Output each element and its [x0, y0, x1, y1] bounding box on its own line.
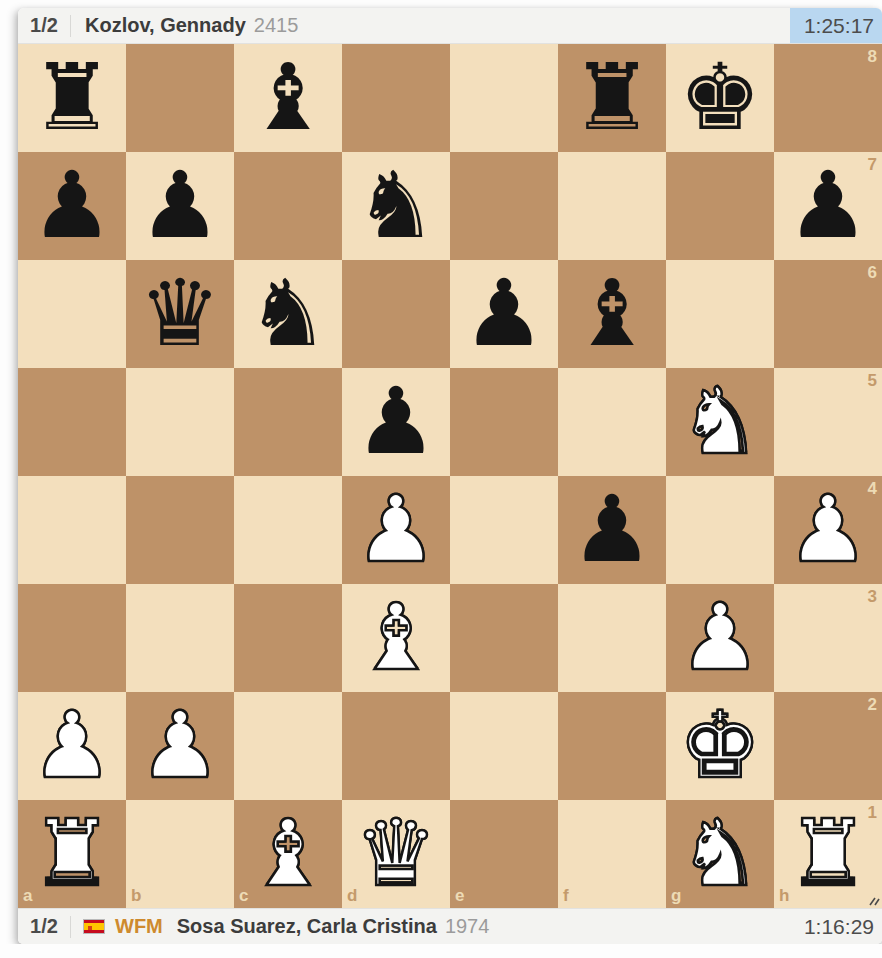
- square-d6[interactable]: [342, 260, 450, 368]
- piece-white-pawn[interactable]: ♟: [342, 476, 450, 584]
- square-a6[interactable]: [18, 260, 126, 368]
- piece-black-rook[interactable]: ♜: [18, 44, 126, 152]
- square-c6[interactable]: ♞: [234, 260, 342, 368]
- file-label-f: f: [563, 887, 569, 904]
- file-label-d: d: [347, 887, 357, 904]
- chess-board[interactable]: ♜♝♜♚8♟♟♞♟7♛♞♟♝6♟♞5♟♟♟4♝♟3♟♟♚2♜ab♝c♛def♞g…: [18, 44, 882, 908]
- piece-white-pawn[interactable]: ♟: [126, 692, 234, 800]
- square-e4[interactable]: [450, 476, 558, 584]
- square-a2[interactable]: ♟: [18, 692, 126, 800]
- square-h4[interactable]: ♟4: [774, 476, 882, 584]
- piece-black-knight[interactable]: ♞: [234, 260, 342, 368]
- piece-white-pawn[interactable]: ♟: [666, 584, 774, 692]
- square-d4[interactable]: ♟: [342, 476, 450, 584]
- square-g5[interactable]: ♞: [666, 368, 774, 476]
- file-label-g: g: [671, 887, 681, 904]
- square-b1[interactable]: b: [126, 800, 234, 908]
- square-a4[interactable]: [18, 476, 126, 584]
- square-h8[interactable]: 8: [774, 44, 882, 152]
- piece-black-pawn[interactable]: ♟: [450, 260, 558, 368]
- file-label-b: b: [131, 887, 141, 904]
- square-a1[interactable]: ♜a: [18, 800, 126, 908]
- rank-label-8: 8: [868, 48, 877, 65]
- top-player-name: Kozlov, Gennady: [85, 14, 246, 37]
- bar-divider: [70, 15, 71, 37]
- piece-black-rook[interactable]: ♜: [558, 44, 666, 152]
- piece-white-bishop[interactable]: ♝: [342, 584, 450, 692]
- square-h3[interactable]: 3: [774, 584, 882, 692]
- piece-white-pawn[interactable]: ♟: [18, 692, 126, 800]
- square-c4[interactable]: [234, 476, 342, 584]
- square-f7[interactable]: [558, 152, 666, 260]
- piece-black-pawn[interactable]: ♟: [126, 152, 234, 260]
- piece-white-knight[interactable]: ♞: [666, 800, 774, 908]
- square-b5[interactable]: [126, 368, 234, 476]
- square-d8[interactable]: [342, 44, 450, 152]
- rank-label-6: 6: [868, 264, 877, 281]
- square-c1[interactable]: ♝c: [234, 800, 342, 908]
- square-b7[interactable]: ♟: [126, 152, 234, 260]
- piece-white-queen[interactable]: ♛: [342, 800, 450, 908]
- square-e2[interactable]: [450, 692, 558, 800]
- square-h6[interactable]: 6: [774, 260, 882, 368]
- file-label-a: a: [23, 887, 32, 904]
- square-c3[interactable]: [234, 584, 342, 692]
- rank-label-2: 2: [868, 696, 877, 713]
- square-g4[interactable]: [666, 476, 774, 584]
- square-a7[interactable]: ♟: [18, 152, 126, 260]
- piece-black-king[interactable]: ♚: [666, 44, 774, 152]
- square-a3[interactable]: [18, 584, 126, 692]
- file-label-c: c: [239, 887, 248, 904]
- resize-handle-icon[interactable]: [864, 890, 880, 906]
- rank-label-5: 5: [868, 372, 877, 389]
- square-c7[interactable]: [234, 152, 342, 260]
- square-d1[interactable]: ♛d: [342, 800, 450, 908]
- square-e6[interactable]: ♟: [450, 260, 558, 368]
- bottom-player-name: Sosa Suarez, Carla Cristina: [177, 915, 437, 938]
- piece-white-bishop[interactable]: ♝: [234, 800, 342, 908]
- piece-white-pawn[interactable]: ♟: [774, 476, 882, 584]
- piece-white-knight[interactable]: ♞: [666, 368, 774, 476]
- square-g1[interactable]: ♞g: [666, 800, 774, 908]
- bottom-player-bar: 1/2 WFM Sosa Suarez, Carla Cristina 1974…: [18, 908, 882, 944]
- square-e5[interactable]: [450, 368, 558, 476]
- square-c5[interactable]: [234, 368, 342, 476]
- bar-divider: [70, 916, 71, 938]
- square-h5[interactable]: 5: [774, 368, 882, 476]
- square-d2[interactable]: [342, 692, 450, 800]
- rank-label-3: 3: [868, 588, 877, 605]
- bottom-player-rating: 1974: [445, 915, 490, 938]
- bottom-score: 1/2: [18, 915, 70, 938]
- square-f6[interactable]: ♝: [558, 260, 666, 368]
- square-f3[interactable]: [558, 584, 666, 692]
- piece-black-pawn[interactable]: ♟: [342, 368, 450, 476]
- square-f2[interactable]: [558, 692, 666, 800]
- square-h2[interactable]: 2: [774, 692, 882, 800]
- square-b6[interactable]: ♛: [126, 260, 234, 368]
- piece-black-pawn[interactable]: ♟: [774, 152, 882, 260]
- piece-black-knight[interactable]: ♞: [342, 152, 450, 260]
- rank-label-1: 1: [868, 804, 877, 821]
- square-c2[interactable]: [234, 692, 342, 800]
- square-e8[interactable]: [450, 44, 558, 152]
- piece-white-king[interactable]: ♚: [666, 692, 774, 800]
- file-label-h: h: [779, 887, 789, 904]
- square-e1[interactable]: e: [450, 800, 558, 908]
- file-label-e: e: [455, 887, 464, 904]
- piece-black-bishop[interactable]: ♝: [234, 44, 342, 152]
- square-a8[interactable]: ♜: [18, 44, 126, 152]
- square-c8[interactable]: ♝: [234, 44, 342, 152]
- square-e3[interactable]: [450, 584, 558, 692]
- square-f8[interactable]: ♜: [558, 44, 666, 152]
- square-h7[interactable]: ♟7: [774, 152, 882, 260]
- square-f4[interactable]: ♟: [558, 476, 666, 584]
- square-f5[interactable]: [558, 368, 666, 476]
- square-b2[interactable]: ♟: [126, 692, 234, 800]
- square-g6[interactable]: [666, 260, 774, 368]
- piece-white-rook[interactable]: ♜: [18, 800, 126, 908]
- spain-flag-icon: [83, 919, 105, 934]
- square-g3[interactable]: ♟: [666, 584, 774, 692]
- rank-label-4: 4: [868, 480, 877, 497]
- square-g2[interactable]: ♚: [666, 692, 774, 800]
- piece-black-queen[interactable]: ♛: [126, 260, 234, 368]
- top-score: 1/2: [18, 14, 70, 37]
- square-g7[interactable]: [666, 152, 774, 260]
- top-player-bar: 1/2 Kozlov, Gennady 2415 1:25:17: [18, 8, 882, 44]
- square-a5[interactable]: [18, 368, 126, 476]
- square-d7[interactable]: ♞: [342, 152, 450, 260]
- square-f1[interactable]: f: [558, 800, 666, 908]
- chess-widget: 1/2 Kozlov, Gennady 2415 1:25:17 ♜♝♜♚8♟♟…: [18, 8, 882, 944]
- top-player-clock: 1:25:17: [790, 8, 882, 43]
- square-d5[interactable]: ♟: [342, 368, 450, 476]
- square-h1[interactable]: ♜1h: [774, 800, 882, 908]
- bottom-player-title: WFM: [115, 915, 163, 938]
- bottom-player-clock: 1:16:29: [790, 909, 882, 944]
- piece-black-bishop[interactable]: ♝: [558, 260, 666, 368]
- top-player-rating: 2415: [254, 14, 299, 37]
- square-b3[interactable]: [126, 584, 234, 692]
- square-b8[interactable]: [126, 44, 234, 152]
- square-g8[interactable]: ♚: [666, 44, 774, 152]
- square-e7[interactable]: [450, 152, 558, 260]
- rank-label-7: 7: [868, 156, 877, 173]
- piece-black-pawn[interactable]: ♟: [18, 152, 126, 260]
- square-b4[interactable]: [126, 476, 234, 584]
- piece-black-pawn[interactable]: ♟: [558, 476, 666, 584]
- square-d3[interactable]: ♝: [342, 584, 450, 692]
